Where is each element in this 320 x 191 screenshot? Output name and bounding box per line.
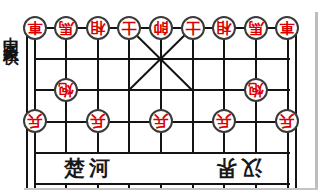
piece-red-cannon[interactable]: 炮	[244, 78, 268, 102]
scan-shadow-bottom	[24, 188, 318, 191]
piece-red-advisor[interactable]: 士	[117, 16, 141, 40]
grid-line	[160, 27, 162, 154]
piece-red-elephant[interactable]: 相	[212, 16, 236, 40]
piece-red-soldier[interactable]: 兵	[149, 109, 173, 133]
piece-red-chariot[interactable]: 車	[23, 16, 47, 40]
grid-line	[97, 27, 99, 154]
piece-red-cannon[interactable]: 炮	[54, 78, 78, 102]
xiangqi-diagram: 中国象棋 楚河 汉界 車馬相士帥士相馬車炮炮	[0, 0, 320, 190]
piece-red-soldier[interactable]: 兵	[86, 109, 110, 133]
piece-red-horse[interactable]: 馬	[54, 16, 78, 40]
piece-red-chariot[interactable]: 車	[275, 16, 299, 40]
piece-red-horse[interactable]: 馬	[244, 16, 268, 40]
grid-line	[223, 27, 225, 154]
scan-shadow-right	[315, 12, 318, 190]
piece-red-advisor[interactable]: 士	[181, 16, 205, 40]
piece-red-general[interactable]: 帥	[149, 16, 173, 40]
piece-red-elephant[interactable]: 相	[86, 16, 110, 40]
board-outer-border-left	[26, 27, 28, 190]
piece-red-soldier[interactable]: 兵	[212, 109, 236, 133]
piece-red-soldier[interactable]: 兵	[23, 109, 47, 133]
board-outer-border-right	[295, 27, 297, 190]
river-label-han-jie: 汉界	[212, 156, 262, 180]
river-label-chu-he: 楚河	[64, 156, 114, 180]
vertical-title-chinese-chess: 中国象棋	[3, 24, 19, 40]
